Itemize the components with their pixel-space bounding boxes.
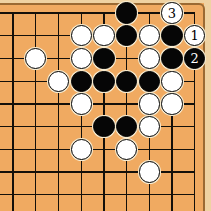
white-stone: [71, 139, 92, 160]
white-stone: [93, 25, 114, 46]
black-stone: [139, 71, 160, 92]
move-number: 2: [191, 52, 199, 65]
white-stone: [71, 93, 92, 114]
black-stone: [93, 71, 114, 92]
grid-horizontal-line: [0, 149, 195, 150]
go-diagram: 312: [0, 0, 211, 211]
black-stone: [116, 71, 137, 92]
white-stone: [139, 93, 160, 114]
black-stone: [116, 2, 137, 23]
white-stone: [139, 48, 160, 69]
black-stone: [93, 116, 114, 137]
white-stone: [139, 116, 160, 137]
black-stone: [93, 48, 114, 69]
white-stone: [116, 139, 137, 160]
grid-horizontal-line: [0, 171, 195, 172]
grid-vertical-line: [12, 12, 13, 211]
white-stone: [139, 161, 160, 182]
black-stone: [71, 71, 92, 92]
white-stone: [161, 93, 182, 114]
move-number: 3: [168, 7, 176, 20]
grid-horizontal-line: [0, 194, 195, 195]
grid-vertical-line: [35, 12, 36, 211]
move-number: 1: [191, 29, 199, 42]
white-stone: [48, 71, 69, 92]
move-3-white-stone: 3: [161, 2, 182, 23]
grid-vertical-line: [58, 12, 59, 211]
white-stone: [161, 71, 182, 92]
black-stone: [161, 48, 182, 69]
white-stone: [71, 48, 92, 69]
black-stone: [161, 25, 182, 46]
